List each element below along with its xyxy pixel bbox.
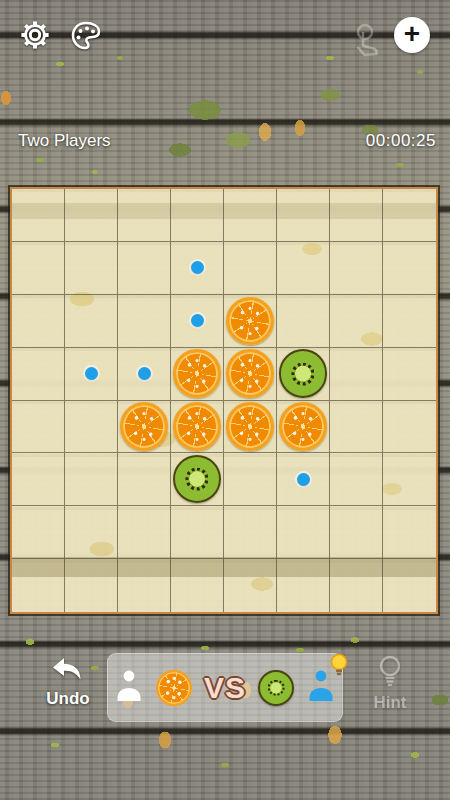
board-cell[interactable]	[277, 295, 330, 348]
new-game-button[interactable]: +	[394, 17, 430, 53]
board-cell[interactable]	[118, 242, 171, 295]
board-cell[interactable]	[224, 453, 277, 506]
game-timer: 00:00:25	[366, 131, 436, 151]
move-marker-dot	[191, 261, 204, 274]
board-cell[interactable]	[118, 189, 171, 242]
orange-piece	[279, 402, 327, 450]
board-cell[interactable]	[277, 506, 330, 559]
board-cell[interactable]	[224, 401, 277, 454]
board-cell[interactable]	[383, 242, 436, 295]
vs-label: VS	[204, 671, 246, 705]
game-board[interactable]	[10, 187, 438, 614]
board-cell[interactable]	[65, 189, 118, 242]
orange-piece	[226, 297, 274, 345]
board-cell[interactable]	[277, 559, 330, 612]
board-cell[interactable]	[12, 453, 65, 506]
board-cell[interactable]	[171, 401, 224, 454]
board-cell[interactable]	[171, 348, 224, 401]
board-cell[interactable]	[171, 559, 224, 612]
board-cell[interactable]	[383, 559, 436, 612]
board-cell[interactable]	[118, 453, 171, 506]
board-cell[interactable]	[171, 506, 224, 559]
kiwi-piece	[258, 670, 294, 706]
board-cell[interactable]	[171, 453, 224, 506]
orange-piece	[173, 402, 221, 450]
board-cell[interactable]	[277, 242, 330, 295]
board-cell[interactable]	[171, 189, 224, 242]
board-cell[interactable]	[330, 401, 383, 454]
board-cell[interactable]	[330, 506, 383, 559]
board-cell[interactable]	[118, 401, 171, 454]
orange-piece	[156, 670, 192, 706]
board-cell[interactable]	[12, 242, 65, 295]
hint-label: Hint	[360, 693, 420, 713]
game-screen: + Two Players 00:00:25 Undo VS	[0, 0, 450, 800]
board-cell[interactable]	[330, 348, 383, 401]
board-cell[interactable]	[224, 348, 277, 401]
board-cell[interactable]	[383, 348, 436, 401]
board-cell[interactable]	[12, 506, 65, 559]
board-cell[interactable]	[171, 242, 224, 295]
board-cell[interactable]	[383, 506, 436, 559]
board-cell[interactable]	[65, 559, 118, 612]
plus-icon: +	[404, 20, 420, 48]
move-marker-dot	[297, 473, 310, 486]
board-cell[interactable]	[383, 189, 436, 242]
undo-button[interactable]: Undo	[38, 656, 98, 709]
board-cell[interactable]	[330, 295, 383, 348]
undo-arrow-icon	[50, 670, 86, 687]
settings-button[interactable]	[20, 20, 50, 54]
hand-tap-icon	[350, 44, 384, 61]
board-cell[interactable]	[224, 506, 277, 559]
board-cell[interactable]	[12, 189, 65, 242]
move-marker-dot	[138, 367, 151, 380]
game-mode-label: Two Players	[18, 131, 111, 151]
board-cell[interactable]	[118, 559, 171, 612]
board-cell[interactable]	[277, 348, 330, 401]
palette-icon	[70, 38, 102, 55]
board-cell[interactable]	[118, 295, 171, 348]
board-cell[interactable]	[277, 189, 330, 242]
board-cell[interactable]	[383, 401, 436, 454]
board-cell[interactable]	[65, 295, 118, 348]
person-icon	[114, 668, 144, 707]
orange-piece	[173, 349, 221, 397]
board-cell[interactable]	[224, 295, 277, 348]
hand-tap-button[interactable]	[350, 22, 384, 62]
player2-avatar	[306, 668, 336, 707]
board-cell[interactable]	[277, 401, 330, 454]
board-cell[interactable]	[65, 242, 118, 295]
board-cell[interactable]	[330, 559, 383, 612]
theme-button[interactable]	[70, 20, 102, 56]
board-cell[interactable]	[12, 295, 65, 348]
player1-avatar	[114, 668, 144, 707]
hint-button[interactable]: Hint	[360, 654, 420, 713]
orange-piece	[226, 402, 274, 450]
board-cell[interactable]	[330, 453, 383, 506]
board-cell[interactable]	[383, 453, 436, 506]
board-cell[interactable]	[65, 401, 118, 454]
board-cell[interactable]	[330, 242, 383, 295]
orange-piece	[226, 349, 274, 397]
move-marker-dot	[191, 314, 204, 327]
undo-label: Undo	[38, 689, 98, 709]
board-cell[interactable]	[65, 453, 118, 506]
board-cell[interactable]	[383, 295, 436, 348]
kiwi-piece	[279, 349, 327, 397]
turn-lightbulb-icon	[328, 652, 350, 682]
board-cell[interactable]	[65, 348, 118, 401]
board-cell[interactable]	[12, 559, 65, 612]
board-cell[interactable]	[224, 242, 277, 295]
kiwi-piece	[173, 455, 221, 503]
board-cell[interactable]	[118, 348, 171, 401]
board-cell[interactable]	[65, 506, 118, 559]
lightbulb-icon	[375, 674, 405, 691]
board-cell[interactable]	[12, 348, 65, 401]
board-cell[interactable]	[224, 559, 277, 612]
board-cell[interactable]	[277, 453, 330, 506]
board-cell[interactable]	[330, 189, 383, 242]
board-cell[interactable]	[118, 506, 171, 559]
board-cell[interactable]	[12, 401, 65, 454]
board-cell[interactable]	[224, 189, 277, 242]
move-marker-dot	[85, 367, 98, 380]
orange-piece	[120, 402, 168, 450]
board-cell[interactable]	[171, 295, 224, 348]
gear-icon	[20, 36, 50, 53]
players-panel: VS	[107, 653, 343, 722]
